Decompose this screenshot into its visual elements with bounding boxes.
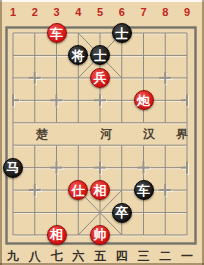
piece-red-elephant-f5r8[interactable]: 相 [90, 180, 110, 200]
piece-red-elephant-f3r10[interactable]: 相 [47, 225, 67, 245]
top-file-coordinates: 123456789 [0, 5, 204, 19]
file-label-bottom-9: 一 [181, 249, 193, 263]
piece-red-soldier-f5r3[interactable]: 兵 [90, 68, 110, 88]
piece-red-cannon-f7r4[interactable]: 炮 [134, 90, 154, 110]
file-label-top-6: 6 [119, 5, 125, 19]
file-label-top-8: 8 [162, 5, 168, 19]
file-label-bottom-3: 七 [51, 249, 63, 263]
file-label-bottom-6: 四 [116, 249, 128, 263]
file-label-top-1: 1 [10, 5, 16, 19]
file-label-bottom-8: 二 [159, 249, 171, 263]
piece-black-soldier-f6r9[interactable]: 卒 [112, 203, 132, 223]
file-label-top-7: 7 [140, 5, 146, 19]
file-label-top-3: 3 [53, 5, 59, 19]
piece-black-chariot-f7r8[interactable]: 车 [134, 180, 154, 200]
file-label-bottom-7: 三 [138, 249, 150, 263]
xiangqi-app: 123456789 楚河汉界 车士将士兵炮马仕相车卒相帅 九八七六五四三二一 [0, 0, 204, 265]
piece-black-horse-f1r7[interactable]: 马 [3, 158, 23, 178]
file-label-bottom-4: 六 [72, 249, 84, 263]
file-label-top-5: 5 [97, 5, 103, 19]
xiangqi-board[interactable]: 楚河汉界 车士将士兵炮马仕相车卒相帅 [5, 26, 197, 245]
file-label-top-9: 9 [184, 5, 190, 19]
file-label-top-2: 2 [32, 5, 38, 19]
piece-red-general-f5r10[interactable]: 帅 [90, 225, 110, 245]
file-label-top-4: 4 [75, 5, 81, 19]
file-label-bottom-1: 九 [7, 249, 19, 263]
file-label-bottom-5: 五 [94, 249, 106, 263]
piece-red-chariot-f3r1[interactable]: 车 [47, 23, 67, 43]
piece-black-advisor-f6r1[interactable]: 士 [112, 23, 132, 43]
bottom-file-coordinates: 九八七六五四三二一 [0, 249, 204, 263]
file-label-bottom-2: 八 [29, 249, 41, 263]
